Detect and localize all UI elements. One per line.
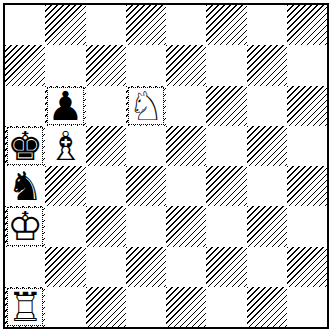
square-d7[interactable] [126,45,166,85]
piece-black-king[interactable]: ♚ [5,126,45,166]
square-e6[interactable] [166,86,206,126]
square-a7[interactable] [5,45,45,85]
board-frame: ♟♘♚♗♞♔♖ [3,3,329,329]
square-b4[interactable] [45,166,85,206]
square-c6[interactable] [86,86,126,126]
square-d1[interactable] [126,287,166,327]
square-h5[interactable] [287,126,327,166]
square-e7[interactable] [166,45,206,85]
square-c1[interactable] [86,287,126,327]
square-c3[interactable] [86,206,126,246]
square-e4[interactable] [166,166,206,206]
square-h1[interactable] [287,287,327,327]
square-b7[interactable] [45,45,85,85]
square-c8[interactable] [86,5,126,45]
square-g7[interactable] [247,45,287,85]
square-g8[interactable] [247,5,287,45]
square-d4[interactable] [126,166,166,206]
piece-black-pawn[interactable]: ♟ [45,86,85,126]
square-a6[interactable] [5,86,45,126]
square-g3[interactable] [247,206,287,246]
square-c4[interactable] [86,166,126,206]
square-f7[interactable] [206,45,246,85]
square-h6[interactable] [287,86,327,126]
square-a3[interactable]: ♔ [5,206,45,246]
square-f1[interactable] [206,287,246,327]
square-d5[interactable] [126,126,166,166]
square-d2[interactable] [126,247,166,287]
square-c5[interactable] [86,126,126,166]
square-f4[interactable] [206,166,246,206]
chess-board: ♟♘♚♗♞♔♖ [5,5,327,327]
piece-black-knight[interactable]: ♞ [5,166,45,206]
piece-white-bishop[interactable]: ♗ [45,126,85,166]
square-e3[interactable] [166,206,206,246]
square-g5[interactable] [247,126,287,166]
square-e2[interactable] [166,247,206,287]
square-b3[interactable] [45,206,85,246]
square-d8[interactable] [126,5,166,45]
square-b1[interactable] [45,287,85,327]
square-d6[interactable]: ♘ [126,86,166,126]
square-a2[interactable] [5,247,45,287]
square-c7[interactable] [86,45,126,85]
piece-white-king[interactable]: ♔ [5,206,45,246]
square-f6[interactable] [206,86,246,126]
square-d3[interactable] [126,206,166,246]
square-g4[interactable] [247,166,287,206]
square-b2[interactable] [45,247,85,287]
square-e5[interactable] [166,126,206,166]
square-f8[interactable] [206,5,246,45]
square-a1[interactable]: ♖ [5,287,45,327]
piece-white-knight[interactable]: ♘ [126,86,166,126]
square-h3[interactable] [287,206,327,246]
square-e1[interactable] [166,287,206,327]
square-a4[interactable]: ♞ [5,166,45,206]
square-b6[interactable]: ♟ [45,86,85,126]
square-h7[interactable] [287,45,327,85]
square-f2[interactable] [206,247,246,287]
square-f3[interactable] [206,206,246,246]
piece-white-rook[interactable]: ♖ [5,287,45,327]
square-a5[interactable]: ♚ [5,126,45,166]
square-e8[interactable] [166,5,206,45]
square-a8[interactable] [5,5,45,45]
square-b5[interactable]: ♗ [45,126,85,166]
square-h4[interactable] [287,166,327,206]
square-c2[interactable] [86,247,126,287]
square-g6[interactable] [247,86,287,126]
square-h8[interactable] [287,5,327,45]
square-b8[interactable] [45,5,85,45]
square-f5[interactable] [206,126,246,166]
square-h2[interactable] [287,247,327,287]
square-g1[interactable] [247,287,287,327]
square-g2[interactable] [247,247,287,287]
